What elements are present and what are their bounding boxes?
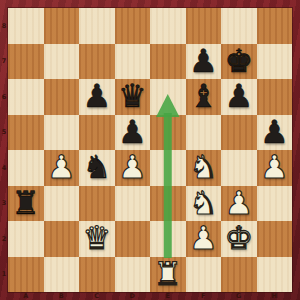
rank-label-2: 2 (0, 221, 8, 257)
black-king[interactable]: ♚ (224, 44, 253, 79)
file-label-b: B (44, 292, 80, 300)
square-e8[interactable] (150, 8, 186, 44)
black-pawn[interactable]: ♟ (260, 115, 289, 150)
square-h6[interactable] (257, 79, 293, 115)
white-king[interactable]: ♚ (224, 221, 253, 256)
square-c2[interactable]: ♛ (79, 221, 115, 257)
square-e5[interactable] (150, 115, 186, 151)
white-pawn[interactable]: ♟ (224, 186, 253, 221)
square-h8[interactable] (257, 8, 293, 44)
rank-label-5: 5 (0, 115, 8, 151)
square-e7[interactable] (150, 44, 186, 80)
square-e2[interactable] (150, 221, 186, 257)
square-e1[interactable]: ♜ (150, 257, 186, 293)
rank-label-6: 6 (0, 79, 8, 115)
file-label-a: A (8, 292, 44, 300)
square-e3[interactable] (150, 186, 186, 222)
square-f3[interactable]: ♞ (186, 186, 222, 222)
square-h5[interactable]: ♟ (257, 115, 293, 151)
square-d2[interactable] (115, 221, 151, 257)
square-b5[interactable] (44, 115, 80, 151)
file-label-c: C (79, 292, 115, 300)
square-g8[interactable] (221, 8, 257, 44)
square-a8[interactable] (8, 8, 44, 44)
square-a1[interactable] (8, 257, 44, 293)
black-pawn[interactable]: ♟ (82, 79, 111, 114)
square-d4[interactable]: ♟ (115, 150, 151, 186)
square-h7[interactable] (257, 44, 293, 80)
square-h1[interactable] (257, 257, 293, 293)
file-label-e: E (150, 292, 186, 300)
square-b7[interactable] (44, 44, 80, 80)
file-label-f: F (186, 292, 222, 300)
square-f2[interactable]: ♟ (186, 221, 222, 257)
file-label-g: G (221, 292, 257, 300)
square-f5[interactable] (186, 115, 222, 151)
square-f8[interactable] (186, 8, 222, 44)
chess-board[interactable]: ♟♚♟♛♝♟♟♟♟♞♟♞♟♜♞♟♛♟♚♜ (8, 8, 292, 292)
square-g1[interactable] (221, 257, 257, 293)
square-b3[interactable] (44, 186, 80, 222)
square-b6[interactable] (44, 79, 80, 115)
white-pawn[interactable]: ♟ (47, 150, 76, 185)
square-d3[interactable] (115, 186, 151, 222)
square-a3[interactable]: ♜ (8, 186, 44, 222)
black-pawn[interactable]: ♟ (118, 115, 147, 150)
black-pawn[interactable]: ♟ (224, 79, 253, 114)
white-knight[interactable]: ♞ (189, 186, 218, 221)
square-h4[interactable]: ♟ (257, 150, 293, 186)
square-d8[interactable] (115, 8, 151, 44)
square-h2[interactable] (257, 221, 293, 257)
square-a4[interactable] (8, 150, 44, 186)
chess-board-frame: 87654321 ♟♚♟♛♝♟♟♟♟♞♟♞♟♜♞♟♛♟♚♜ ABCDEFGH (0, 0, 300, 300)
white-pawn[interactable]: ♟ (189, 221, 218, 256)
square-c8[interactable] (79, 8, 115, 44)
black-rook[interactable]: ♜ (11, 186, 40, 221)
square-b1[interactable] (44, 257, 80, 293)
square-f7[interactable]: ♟ (186, 44, 222, 80)
file-label-d: D (115, 292, 151, 300)
rank-label-3: 3 (0, 186, 8, 222)
rank-label-1: 1 (0, 257, 8, 293)
square-d6[interactable]: ♛ (115, 79, 151, 115)
black-knight[interactable]: ♞ (82, 150, 111, 185)
square-b8[interactable] (44, 8, 80, 44)
square-g2[interactable]: ♚ (221, 221, 257, 257)
square-d1[interactable] (115, 257, 151, 293)
square-a5[interactable] (8, 115, 44, 151)
square-c7[interactable] (79, 44, 115, 80)
square-c4[interactable]: ♞ (79, 150, 115, 186)
square-a2[interactable] (8, 221, 44, 257)
white-knight[interactable]: ♞ (189, 150, 218, 185)
square-g7[interactable]: ♚ (221, 44, 257, 80)
black-queen[interactable]: ♛ (118, 79, 147, 114)
square-h3[interactable] (257, 186, 293, 222)
black-pawn[interactable]: ♟ (189, 44, 218, 79)
rank-label-7: 7 (0, 44, 8, 80)
square-c5[interactable] (79, 115, 115, 151)
square-g5[interactable] (221, 115, 257, 151)
white-queen[interactable]: ♛ (82, 221, 111, 256)
white-rook[interactable]: ♜ (153, 257, 182, 292)
square-f1[interactable] (186, 257, 222, 293)
square-f4[interactable]: ♞ (186, 150, 222, 186)
square-e4[interactable] (150, 150, 186, 186)
square-c3[interactable] (79, 186, 115, 222)
square-c1[interactable] (79, 257, 115, 293)
rank-label-4: 4 (0, 150, 8, 186)
square-a6[interactable] (8, 79, 44, 115)
square-f6[interactable]: ♝ (186, 79, 222, 115)
square-c6[interactable]: ♟ (79, 79, 115, 115)
black-bishop[interactable]: ♝ (189, 79, 218, 114)
square-a7[interactable] (8, 44, 44, 80)
file-label-h: H (257, 292, 293, 300)
square-g6[interactable]: ♟ (221, 79, 257, 115)
square-b2[interactable] (44, 221, 80, 257)
square-g3[interactable]: ♟ (221, 186, 257, 222)
square-e6[interactable] (150, 79, 186, 115)
rank-label-8: 8 (0, 8, 8, 44)
white-pawn[interactable]: ♟ (260, 150, 289, 185)
file-labels: ABCDEFGH (8, 292, 292, 300)
square-b4[interactable]: ♟ (44, 150, 80, 186)
rank-labels: 87654321 (0, 8, 8, 292)
square-d7[interactable] (115, 44, 151, 80)
square-g4[interactable] (221, 150, 257, 186)
white-pawn[interactable]: ♟ (118, 150, 147, 185)
square-d5[interactable]: ♟ (115, 115, 151, 151)
